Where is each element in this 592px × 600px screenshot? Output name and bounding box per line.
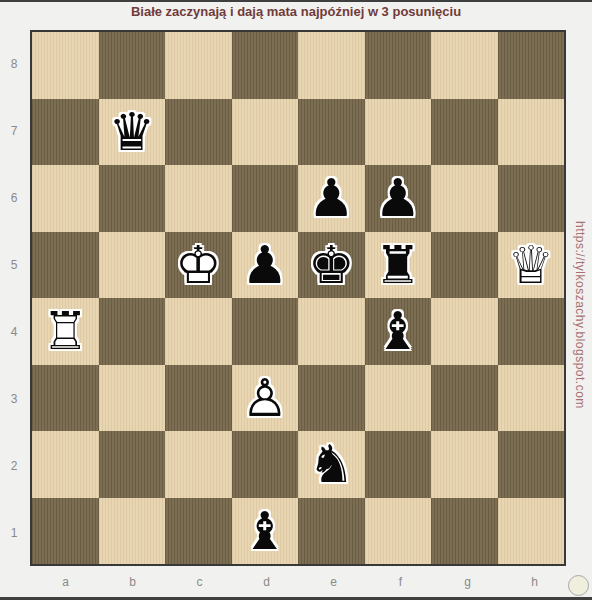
square-f2[interactable] [365,431,432,498]
black-knight-icon: ♞ [298,431,365,498]
file-label-d: d [233,570,300,594]
black-rook-icon: ♜ [365,232,432,299]
square-b4[interactable] [99,298,166,365]
square-h7[interactable] [498,99,565,166]
piece-black-pawn: ♟ [232,232,299,299]
square-c3[interactable] [165,365,232,432]
square-c6[interactable] [165,165,232,232]
square-a4[interactable]: ♜♖ [32,298,99,365]
square-e3[interactable] [298,365,365,432]
square-h1[interactable] [498,498,565,565]
square-c1[interactable] [165,498,232,565]
square-a2[interactable] [32,431,99,498]
black-bishop-icon: ♝ [232,498,299,565]
rank-label-2: 2 [0,432,28,499]
square-f1[interactable] [365,498,432,565]
square-g8[interactable] [431,32,498,99]
rank-label-6: 6 [0,164,28,231]
file-label-c: c [166,570,233,594]
square-g1[interactable] [431,498,498,565]
square-d3[interactable]: ♟♙ [232,365,299,432]
piece-white-rook: ♜♖ [32,298,99,365]
square-f4[interactable]: ♝ [365,298,432,365]
square-c8[interactable] [165,32,232,99]
white-queen-outline-icon: ♕ [498,232,565,299]
black-pawn-icon: ♟ [298,165,365,232]
file-label-h: h [501,570,568,594]
watermark-url: https://tylkoszachy.blogspot.com [571,140,589,490]
square-a7[interactable] [32,99,99,166]
square-h4[interactable] [498,298,565,365]
piece-white-king: ♚♔ [165,232,232,299]
square-d4[interactable] [232,298,299,365]
square-g7[interactable] [431,99,498,166]
square-a8[interactable] [32,32,99,99]
top-edge-bar [0,0,592,2]
square-b1[interactable] [99,498,166,565]
square-g3[interactable] [431,365,498,432]
square-b5[interactable] [99,232,166,299]
rank-label-4: 4 [0,298,28,365]
puzzle-title: Białe zaczynają i dają mata najpóźniej w… [0,4,592,19]
square-e8[interactable] [298,32,365,99]
square-c5[interactable]: ♚♔ [165,232,232,299]
file-labels: abcdefgh [32,570,568,594]
square-a6[interactable] [32,165,99,232]
piece-black-pawn: ♟ [365,165,432,232]
square-e2[interactable]: ♞ [298,431,365,498]
square-c4[interactable] [165,298,232,365]
black-king-icon: ♚ [298,232,365,299]
square-a5[interactable] [32,232,99,299]
square-b3[interactable] [99,365,166,432]
file-label-f: f [367,570,434,594]
black-pawn-icon: ♟ [365,165,432,232]
rank-label-8: 8 [0,30,28,97]
square-d6[interactable] [232,165,299,232]
square-h5[interactable]: ♛♕ [498,232,565,299]
square-b2[interactable] [99,431,166,498]
square-e4[interactable] [298,298,365,365]
square-d5[interactable]: ♟ [232,232,299,299]
corner-circle-badge [568,575,589,596]
square-c2[interactable] [165,431,232,498]
square-h2[interactable] [498,431,565,498]
black-bishop-icon: ♝ [365,298,432,365]
rank-label-1: 1 [0,499,28,566]
square-g5[interactable] [431,232,498,299]
white-pawn-outline-icon: ♙ [232,365,299,432]
square-g6[interactable] [431,165,498,232]
file-label-b: b [99,570,166,594]
piece-black-pawn: ♟ [298,165,365,232]
rank-label-3: 3 [0,365,28,432]
square-g2[interactable] [431,431,498,498]
file-label-e: e [300,570,367,594]
square-b6[interactable] [99,165,166,232]
piece-black-rook: ♜ [365,232,432,299]
square-f8[interactable] [365,32,432,99]
black-pawn-icon: ♟ [232,232,299,299]
square-e5[interactable]: ♚ [298,232,365,299]
piece-white-queen: ♛♕ [498,232,565,299]
rank-labels: 87654321 [0,30,28,566]
square-h6[interactable] [498,165,565,232]
black-queen-icon: ♛ [99,99,166,166]
square-e7[interactable] [298,99,365,166]
piece-black-king: ♚ [298,232,365,299]
square-d1[interactable]: ♝ [232,498,299,565]
square-d2[interactable] [232,431,299,498]
square-g4[interactable] [431,298,498,365]
square-h8[interactable] [498,32,565,99]
square-a3[interactable] [32,365,99,432]
white-king-outline-icon: ♔ [165,232,232,299]
square-f7[interactable] [365,99,432,166]
square-f3[interactable] [365,365,432,432]
square-a1[interactable] [32,498,99,565]
square-d8[interactable] [232,32,299,99]
chess-board: ♛♟♟♚♔♟♚♜♛♕♜♖♝♟♙♞♝ [30,30,566,566]
piece-white-pawn: ♟♙ [232,365,299,432]
white-rook-outline-icon: ♖ [32,298,99,365]
piece-black-bishop: ♝ [365,298,432,365]
square-b7[interactable]: ♛ [99,99,166,166]
file-label-g: g [434,570,501,594]
square-e6[interactable]: ♟ [298,165,365,232]
square-h3[interactable] [498,365,565,432]
piece-black-bishop: ♝ [232,498,299,565]
piece-black-queen: ♛ [99,99,166,166]
square-e1[interactable] [298,498,365,565]
square-d7[interactable] [232,99,299,166]
square-c7[interactable] [165,99,232,166]
square-b8[interactable] [99,32,166,99]
file-label-a: a [32,570,99,594]
square-f6[interactable]: ♟ [365,165,432,232]
rank-label-7: 7 [0,97,28,164]
square-f5[interactable]: ♜ [365,232,432,299]
rank-label-5: 5 [0,231,28,298]
piece-black-knight: ♞ [298,431,365,498]
